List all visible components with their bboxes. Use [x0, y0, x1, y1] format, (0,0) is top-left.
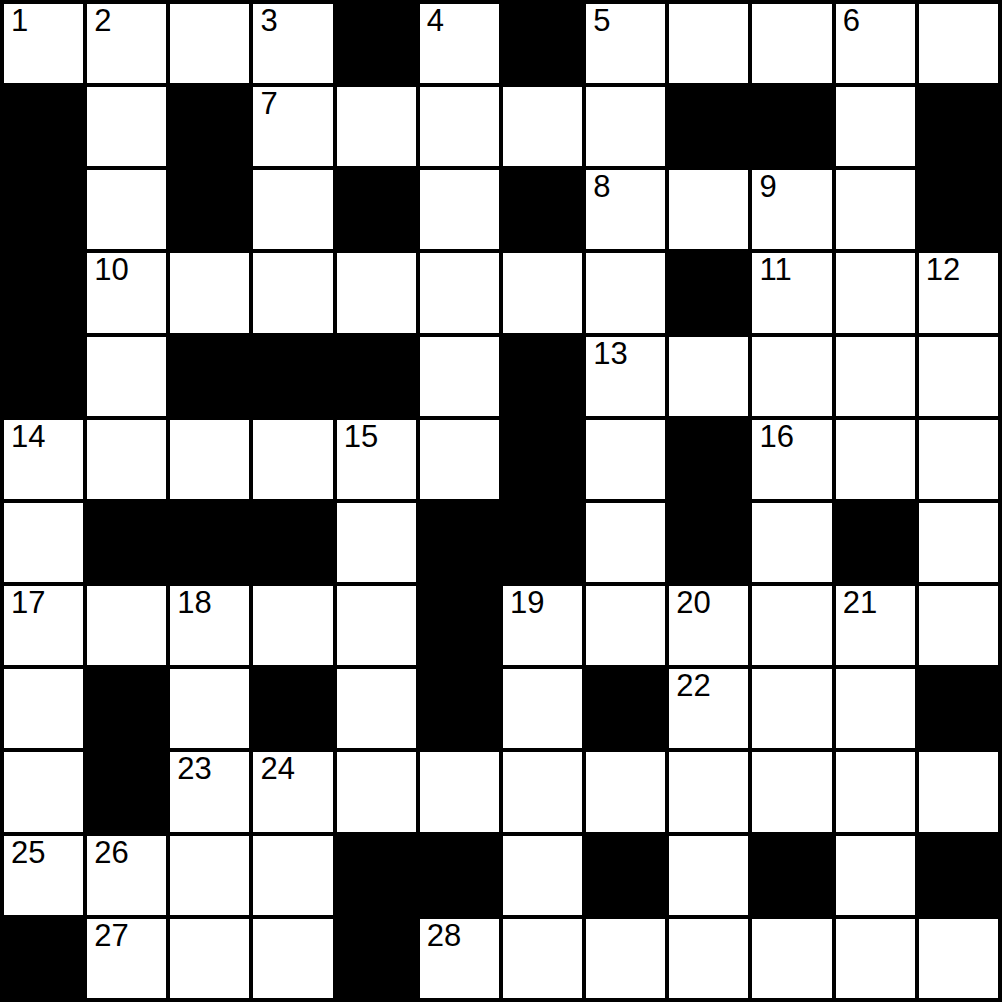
- clue-number: 22: [676, 670, 710, 703]
- white-cell[interactable]: [752, 503, 831, 582]
- white-cell[interactable]: [253, 836, 332, 915]
- white-cell[interactable]: [337, 253, 416, 332]
- white-cell[interactable]: [87, 420, 166, 499]
- white-cell[interactable]: [4, 669, 83, 748]
- white-cell[interactable]: [836, 253, 915, 332]
- black-cell: [919, 836, 998, 915]
- black-cell: [4, 87, 83, 166]
- clue-number: 20: [676, 587, 710, 620]
- white-cell[interactable]: [170, 919, 249, 998]
- black-cell: [669, 253, 748, 332]
- white-cell[interactable]: [836, 170, 915, 249]
- black-cell: [503, 337, 582, 416]
- white-cell[interactable]: [919, 503, 998, 582]
- white-cell[interactable]: [503, 253, 582, 332]
- black-cell: [420, 669, 499, 748]
- white-cell[interactable]: 19: [503, 586, 582, 665]
- black-cell: [669, 420, 748, 499]
- clue-number: 8: [593, 171, 610, 204]
- white-cell[interactable]: 24: [253, 752, 332, 831]
- white-cell[interactable]: 12: [919, 253, 998, 332]
- white-cell[interactable]: [586, 420, 665, 499]
- white-cell[interactable]: [253, 170, 332, 249]
- black-cell: [170, 503, 249, 582]
- white-cell[interactable]: [669, 919, 748, 998]
- black-cell: [919, 170, 998, 249]
- black-cell: [253, 337, 332, 416]
- white-cell[interactable]: [752, 919, 831, 998]
- black-cell: [170, 87, 249, 166]
- clue-number: 7: [260, 88, 277, 121]
- white-cell[interactable]: [253, 420, 332, 499]
- white-cell[interactable]: [420, 752, 499, 831]
- white-cell[interactable]: [586, 87, 665, 166]
- white-cell[interactable]: [586, 752, 665, 831]
- white-cell[interactable]: [919, 420, 998, 499]
- white-cell[interactable]: [586, 919, 665, 998]
- black-cell: [420, 503, 499, 582]
- white-cell[interactable]: 26: [87, 836, 166, 915]
- black-cell: [669, 503, 748, 582]
- black-cell: [919, 87, 998, 166]
- white-cell[interactable]: [337, 503, 416, 582]
- white-cell[interactable]: [669, 752, 748, 831]
- white-cell[interactable]: [752, 669, 831, 748]
- white-cell[interactable]: [253, 919, 332, 998]
- white-cell[interactable]: 20: [669, 586, 748, 665]
- clue-number: 6: [843, 5, 860, 38]
- white-cell[interactable]: [87, 87, 166, 166]
- white-cell[interactable]: 11: [752, 253, 831, 332]
- white-cell[interactable]: 5: [586, 4, 665, 83]
- black-cell: [503, 4, 582, 83]
- white-cell[interactable]: [337, 669, 416, 748]
- black-cell: [752, 87, 831, 166]
- white-cell[interactable]: 7: [253, 87, 332, 166]
- white-cell[interactable]: 21: [836, 586, 915, 665]
- black-cell: [170, 337, 249, 416]
- white-cell[interactable]: [752, 586, 831, 665]
- black-cell: [253, 669, 332, 748]
- white-cell[interactable]: [503, 836, 582, 915]
- clue-number: 3: [260, 5, 277, 38]
- black-cell: [586, 669, 665, 748]
- white-cell[interactable]: 23: [170, 752, 249, 831]
- black-cell: [4, 337, 83, 416]
- white-cell[interactable]: [503, 919, 582, 998]
- black-cell: [752, 836, 831, 915]
- white-cell[interactable]: [337, 752, 416, 831]
- clue-number: 2: [94, 5, 111, 38]
- clue-number: 15: [344, 421, 378, 454]
- white-cell[interactable]: [4, 503, 83, 582]
- clue-number: 13: [593, 338, 627, 371]
- clue-number: 18: [177, 587, 211, 620]
- white-cell[interactable]: [836, 752, 915, 831]
- white-cell[interactable]: [752, 4, 831, 83]
- clue-number: 11: [759, 254, 791, 287]
- white-cell[interactable]: [836, 420, 915, 499]
- clue-number: 4: [427, 5, 444, 38]
- white-cell[interactable]: [503, 669, 582, 748]
- white-cell[interactable]: [253, 253, 332, 332]
- white-cell[interactable]: 18: [170, 586, 249, 665]
- clue-number: 21: [843, 587, 877, 620]
- white-cell[interactable]: 28: [420, 919, 499, 998]
- white-cell[interactable]: [420, 87, 499, 166]
- white-cell[interactable]: [919, 752, 998, 831]
- black-cell: [4, 919, 83, 998]
- white-cell[interactable]: 16: [752, 420, 831, 499]
- white-cell[interactable]: [669, 337, 748, 416]
- white-cell[interactable]: [170, 836, 249, 915]
- white-cell[interactable]: [420, 337, 499, 416]
- black-cell: [337, 337, 416, 416]
- black-cell: [503, 503, 582, 582]
- white-cell[interactable]: [669, 836, 748, 915]
- black-cell: [337, 836, 416, 915]
- white-cell[interactable]: [586, 586, 665, 665]
- black-cell: [87, 503, 166, 582]
- black-cell: [337, 919, 416, 998]
- clue-number: 17: [11, 587, 45, 620]
- white-cell[interactable]: [87, 170, 166, 249]
- white-cell[interactable]: [170, 669, 249, 748]
- black-cell: [170, 170, 249, 249]
- white-cell[interactable]: 6: [836, 4, 915, 83]
- black-cell: [87, 669, 166, 748]
- clue-number: 5: [593, 5, 610, 38]
- clue-number: 28: [427, 920, 461, 953]
- white-cell[interactable]: 13: [586, 337, 665, 416]
- black-cell: [836, 503, 915, 582]
- white-cell[interactable]: [919, 586, 998, 665]
- white-cell[interactable]: 8: [586, 170, 665, 249]
- white-cell[interactable]: [87, 337, 166, 416]
- white-cell[interactable]: [919, 4, 998, 83]
- white-cell[interactable]: [669, 4, 748, 83]
- white-cell[interactable]: [170, 4, 249, 83]
- black-cell: [87, 752, 166, 831]
- black-cell: [503, 170, 582, 249]
- clue-number: 27: [94, 920, 128, 953]
- black-cell: [420, 586, 499, 665]
- black-cell: [4, 170, 83, 249]
- white-cell[interactable]: [836, 836, 915, 915]
- black-cell: [337, 4, 416, 83]
- white-cell[interactable]: [337, 87, 416, 166]
- white-cell[interactable]: [586, 503, 665, 582]
- white-cell[interactable]: 27: [87, 919, 166, 998]
- black-cell: [586, 836, 665, 915]
- black-cell: [919, 669, 998, 748]
- clue-number: 16: [759, 421, 793, 454]
- white-cell[interactable]: 25: [4, 836, 83, 915]
- black-cell: [253, 503, 332, 582]
- clue-number: 9: [759, 171, 776, 204]
- white-cell[interactable]: [919, 337, 998, 416]
- white-cell[interactable]: [337, 586, 416, 665]
- white-cell[interactable]: [503, 752, 582, 831]
- white-cell[interactable]: [836, 337, 915, 416]
- clue-number: 19: [510, 587, 544, 620]
- white-cell[interactable]: [836, 87, 915, 166]
- white-cell[interactable]: 10: [87, 253, 166, 332]
- white-cell[interactable]: [836, 919, 915, 998]
- white-cell[interactable]: [170, 420, 249, 499]
- white-cell[interactable]: 15: [337, 420, 416, 499]
- crossword-grid: 1234567891011121314151617181920212223242…: [0, 0, 1002, 1002]
- white-cell[interactable]: [420, 170, 499, 249]
- clue-number: 1: [11, 5, 28, 38]
- white-cell[interactable]: 2: [87, 4, 166, 83]
- clue-number: 25: [11, 837, 45, 870]
- white-cell[interactable]: 3: [253, 4, 332, 83]
- white-cell[interactable]: [752, 337, 831, 416]
- white-cell[interactable]: [253, 586, 332, 665]
- clue-number: 24: [260, 753, 294, 786]
- white-cell[interactable]: [420, 420, 499, 499]
- white-cell[interactable]: [420, 253, 499, 332]
- white-cell[interactable]: [4, 752, 83, 831]
- white-cell[interactable]: [752, 752, 831, 831]
- white-cell[interactable]: 1: [4, 4, 83, 83]
- clue-number: 10: [94, 254, 128, 287]
- black-cell: [669, 87, 748, 166]
- white-cell[interactable]: 17: [4, 586, 83, 665]
- white-cell[interactable]: [87, 586, 166, 665]
- white-cell[interactable]: 22: [669, 669, 748, 748]
- white-cell[interactable]: [836, 669, 915, 748]
- clue-number: 23: [177, 753, 211, 786]
- clue-number: 12: [926, 254, 960, 287]
- black-cell: [4, 253, 83, 332]
- black-cell: [420, 836, 499, 915]
- black-cell: [337, 170, 416, 249]
- white-cell[interactable]: [919, 919, 998, 998]
- white-cell[interactable]: [669, 170, 748, 249]
- black-cell: [503, 420, 582, 499]
- white-cell[interactable]: 9: [752, 170, 831, 249]
- white-cell[interactable]: 14: [4, 420, 83, 499]
- clue-number: 26: [94, 837, 128, 870]
- clue-number: 14: [11, 421, 45, 454]
- white-cell[interactable]: [503, 87, 582, 166]
- white-cell[interactable]: [170, 253, 249, 332]
- white-cell[interactable]: [586, 253, 665, 332]
- white-cell[interactable]: 4: [420, 4, 499, 83]
